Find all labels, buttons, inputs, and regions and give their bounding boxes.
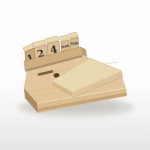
product-photo-stage: 1 2 4 MAR FEB TUE xyxy=(0,0,150,150)
desk-calendar-photo: 1 2 4 MAR FEB TUE xyxy=(0,0,150,150)
